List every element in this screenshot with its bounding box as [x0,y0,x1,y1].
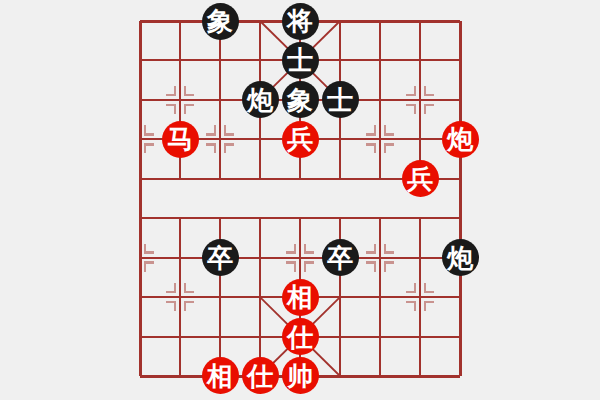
board-point[interactable] [120,356,160,395]
board-point[interactable] [120,317,160,356]
piece-black-soldier[interactable]: 卒 [202,239,239,276]
board-point[interactable] [360,159,400,198]
piece-black-advisor[interactable]: 士 [322,81,359,118]
board-point[interactable] [160,277,200,316]
board-point[interactable]: 帅 [280,356,320,395]
board-point[interactable] [320,1,360,40]
piece-red-elephant[interactable]: 相 [282,279,319,316]
board-point[interactable] [280,198,320,237]
board-point[interactable] [360,41,400,80]
board-point[interactable] [120,1,160,40]
board-point[interactable]: 象 [200,1,240,40]
board-point[interactable]: 将 [280,1,320,40]
piece-red-cannon[interactable]: 炮 [442,121,479,158]
board-point[interactable]: 兵 [280,120,320,159]
board-point[interactable] [120,120,160,159]
board-point[interactable] [200,80,240,119]
board-point[interactable] [440,198,480,237]
board-point[interactable] [360,120,400,159]
board-point[interactable] [400,120,440,159]
board-point[interactable] [440,317,480,356]
board-point[interactable]: 马 [160,120,200,159]
piece-black-cannon[interactable]: 炮 [442,239,479,276]
board-point[interactable] [400,317,440,356]
board-point[interactable] [120,238,160,277]
piece-red-horse[interactable]: 马 [162,121,199,158]
piece-black-elephant[interactable]: 象 [282,81,319,118]
board-point[interactable] [360,198,400,237]
board-point[interactable] [320,159,360,198]
board-point[interactable]: 相 [280,277,320,316]
board-point[interactable] [360,80,400,119]
board-point[interactable] [440,277,480,316]
xiangqi-board: 象将士炮象士马兵炮兵卒卒炮相仕相仕帅 [0,0,600,400]
board-point[interactable]: 士 [280,41,320,80]
board-point[interactable]: 卒 [200,238,240,277]
board-point[interactable] [240,41,280,80]
board-point[interactable] [440,356,480,395]
board-point[interactable]: 兵 [400,159,440,198]
board-point[interactable] [200,277,240,316]
board-point[interactable] [160,41,200,80]
board-point[interactable] [400,277,440,316]
board-point[interactable] [400,1,440,40]
piece-black-soldier[interactable]: 卒 [322,239,359,276]
board-point[interactable] [440,1,480,40]
board-point[interactable] [360,277,400,316]
board-point[interactable] [200,120,240,159]
piece-black-general[interactable]: 将 [282,3,319,40]
board-point[interactable] [440,159,480,198]
board-point[interactable] [160,317,200,356]
board-point[interactable] [280,238,320,277]
piece-black-elephant[interactable]: 象 [202,3,239,40]
board-point[interactable] [120,277,160,316]
board-point[interactable] [240,1,280,40]
board-point[interactable] [160,356,200,395]
piece-red-general[interactable]: 帅 [282,357,319,394]
board-point[interactable] [400,238,440,277]
board-point[interactable] [240,120,280,159]
board-point[interactable] [240,277,280,316]
board-point[interactable]: 仕 [240,356,280,395]
piece-red-soldier[interactable]: 兵 [402,160,439,197]
board-point[interactable] [360,1,400,40]
board-point[interactable] [120,159,160,198]
board-point[interactable] [440,80,480,119]
board-point[interactable] [160,238,200,277]
board-point[interactable] [320,317,360,356]
board-point[interactable] [240,238,280,277]
board-point[interactable]: 炮 [240,80,280,119]
board-point[interactable] [320,277,360,316]
board-point[interactable]: 相 [200,356,240,395]
piece-red-soldier[interactable]: 兵 [282,121,319,158]
pieces-layer: 象将士炮象士马兵炮兵卒卒炮相仕相仕帅 [120,1,480,395]
board-point[interactable]: 炮 [440,120,480,159]
board-point[interactable] [120,198,160,237]
board-point[interactable] [320,198,360,237]
board-point[interactable] [240,317,280,356]
board-point[interactable]: 象 [280,80,320,119]
board-point[interactable]: 仕 [280,317,320,356]
board-point[interactable] [160,159,200,198]
piece-red-advisor[interactable]: 仕 [242,357,279,394]
board-point[interactable] [360,238,400,277]
board-point[interactable]: 炮 [440,238,480,277]
board-point[interactable]: 士 [320,80,360,119]
piece-black-advisor[interactable]: 士 [282,42,319,79]
board-point[interactable] [320,41,360,80]
board-point[interactable] [200,41,240,80]
board-point[interactable] [320,120,360,159]
board-point[interactable] [400,41,440,80]
board-point[interactable] [360,356,400,395]
piece-black-cannon[interactable]: 炮 [242,81,279,118]
board-point[interactable] [400,80,440,119]
board-point[interactable] [280,159,320,198]
board-point[interactable] [240,198,280,237]
board-point[interactable]: 卒 [320,238,360,277]
board-point[interactable] [400,198,440,237]
board-point[interactable] [400,356,440,395]
board-point[interactable] [440,41,480,80]
board-point[interactable] [160,80,200,119]
board-point[interactable] [200,198,240,237]
board-point[interactable] [120,80,160,119]
board-point[interactable] [120,41,160,80]
board-point[interactable] [320,356,360,395]
board-point[interactable] [160,198,200,237]
piece-red-advisor[interactable]: 仕 [282,318,319,355]
board-point[interactable] [200,159,240,198]
board-point[interactable] [240,159,280,198]
board-point[interactable] [200,317,240,356]
board-point[interactable] [160,1,200,40]
board-point[interactable] [360,317,400,356]
piece-red-elephant[interactable]: 相 [202,357,239,394]
